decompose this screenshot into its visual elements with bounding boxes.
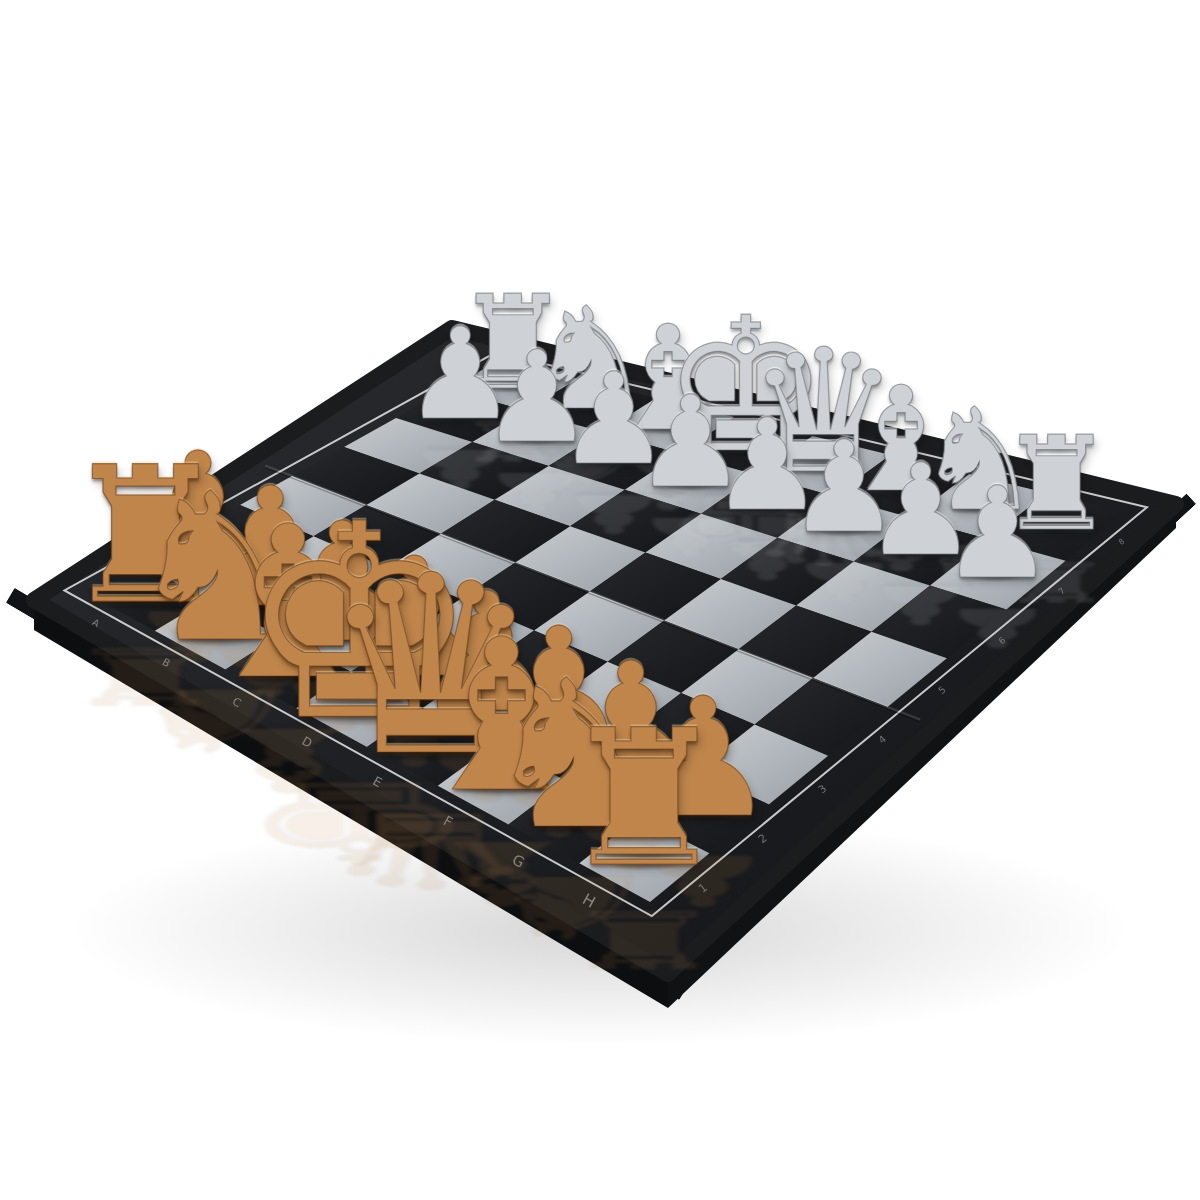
piece-silver-pawn[interactable]: ♟ <box>941 470 1055 597</box>
piece-gold-rook[interactable]: ♜ <box>560 704 729 892</box>
product-photo-scene: ABCDEFGH12345678 ♜♜♞♞♝♝♚♚♛♛♝♝♞♞♜♜♟♟♟♟♟♟♟… <box>0 0 1200 1200</box>
